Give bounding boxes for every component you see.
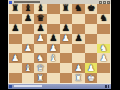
square-d8[interactable] xyxy=(47,4,60,14)
square-h4[interactable]: ♞ xyxy=(97,44,110,54)
square-b1[interactable] xyxy=(22,73,35,83)
square-b3[interactable] xyxy=(22,53,35,63)
square-f7[interactable] xyxy=(72,14,85,24)
piece-black-king-g8[interactable]: ♚ xyxy=(85,4,98,14)
square-a5[interactable] xyxy=(9,34,22,44)
piece-white-pawn-h3[interactable]: ♟ xyxy=(97,53,110,63)
square-c3[interactable]: ♞ xyxy=(34,53,47,63)
square-a8[interactable]: ♜ xyxy=(9,4,22,14)
square-f8[interactable]: ♞ xyxy=(72,4,85,14)
piece-white-pawn-a3[interactable]: ♟ xyxy=(9,53,22,63)
square-d7[interactable] xyxy=(47,14,60,24)
piece-white-king-g1[interactable]: ♚ xyxy=(85,73,98,83)
chess-app-window: ♜♝♝♜♞♚♟♛♞♟♟♟♟♟♟♟♟♟♞♟♞♝♟♝♛♟♟♜♜♚ xyxy=(8,0,111,84)
square-e8[interactable]: ♜ xyxy=(60,4,73,14)
piece-white-knight-c3[interactable]: ♞ xyxy=(34,53,47,63)
piece-black-rook-a8[interactable]: ♜ xyxy=(9,4,22,14)
piece-white-rook-f1[interactable]: ♜ xyxy=(72,73,85,83)
square-b7[interactable]: ♟ xyxy=(22,14,35,24)
square-a1[interactable] xyxy=(9,73,22,83)
square-c2[interactable]: ♛ xyxy=(34,63,47,73)
square-a6[interactable]: ♟ xyxy=(9,24,22,34)
square-c1[interactable]: ♜ xyxy=(34,73,47,83)
square-f2[interactable]: ♟ xyxy=(72,63,85,73)
square-a2[interactable] xyxy=(9,63,22,73)
piece-white-knight-h4[interactable]: ♞ xyxy=(97,44,110,54)
piece-white-pawn-e5[interactable]: ♟ xyxy=(60,34,73,44)
square-c5[interactable]: ♟ xyxy=(34,34,47,44)
square-f5[interactable]: ♟ xyxy=(72,34,85,44)
piece-white-bishop-d3[interactable]: ♝ xyxy=(47,53,60,63)
square-g3[interactable] xyxy=(85,53,98,63)
square-h6[interactable] xyxy=(97,24,110,34)
square-e5[interactable]: ♟ xyxy=(60,34,73,44)
square-d1[interactable] xyxy=(47,73,60,83)
piece-black-knight-f8[interactable]: ♞ xyxy=(72,4,85,14)
chess-board: ♜♝♝♜♞♚♟♛♞♟♟♟♟♟♟♟♟♟♞♟♞♝♟♝♛♟♟♜♜♚ xyxy=(9,4,110,83)
square-g2[interactable]: ♟ xyxy=(85,63,98,73)
square-g6[interactable] xyxy=(85,24,98,34)
taskbar-close-icon[interactable] xyxy=(105,85,109,88)
piece-white-pawn-f2[interactable]: ♟ xyxy=(72,63,85,73)
square-d2[interactable] xyxy=(47,63,60,73)
square-h1[interactable] xyxy=(97,73,110,83)
piece-white-rook-c1[interactable]: ♜ xyxy=(34,73,47,83)
piece-white-bishop-b2[interactable]: ♝ xyxy=(22,63,35,73)
piece-white-pawn-c5[interactable]: ♟ xyxy=(34,34,47,44)
square-b4[interactable]: ♟ xyxy=(22,44,35,54)
taskbar-app-icon xyxy=(9,85,12,88)
square-c4[interactable] xyxy=(34,44,47,54)
taskbar[interactable] xyxy=(8,84,111,89)
piece-black-knight-h7[interactable]: ♞ xyxy=(97,14,110,24)
piece-black-pawn-f5[interactable]: ♟ xyxy=(72,34,85,44)
square-a4[interactable] xyxy=(9,44,22,54)
square-f1[interactable]: ♜ xyxy=(72,73,85,83)
square-f4[interactable] xyxy=(72,44,85,54)
square-g4[interactable] xyxy=(85,44,98,54)
square-e1[interactable] xyxy=(60,73,73,83)
square-e3[interactable] xyxy=(60,53,73,63)
piece-black-rook-e8[interactable]: ♜ xyxy=(60,4,73,14)
square-a3[interactable]: ♟ xyxy=(9,53,22,63)
piece-white-pawn-b4[interactable]: ♟ xyxy=(22,44,35,54)
square-g7[interactable] xyxy=(85,14,98,24)
piece-black-pawn-b7[interactable]: ♟ xyxy=(22,14,35,24)
piece-white-pawn-g2[interactable]: ♟ xyxy=(85,63,98,73)
piece-white-pawn-d4[interactable]: ♟ xyxy=(47,44,60,54)
square-h2[interactable] xyxy=(97,63,110,73)
taskbar-text xyxy=(14,85,42,87)
piece-black-pawn-a6[interactable]: ♟ xyxy=(9,24,22,34)
square-g5[interactable] xyxy=(85,34,98,44)
square-d3[interactable]: ♝ xyxy=(47,53,60,63)
square-g1[interactable]: ♚ xyxy=(85,73,98,83)
square-d4[interactable]: ♟ xyxy=(47,44,60,54)
square-b6[interactable] xyxy=(22,24,35,34)
square-g8[interactable]: ♚ xyxy=(85,4,98,14)
square-h3[interactable]: ♟ xyxy=(97,53,110,63)
screen: ♜♝♝♜♞♚♟♛♞♟♟♟♟♟♟♟♟♟♞♟♞♝♟♝♛♟♟♜♜♚ xyxy=(0,0,120,90)
square-b2[interactable]: ♝ xyxy=(22,63,35,73)
square-e2[interactable] xyxy=(60,63,73,73)
square-f3[interactable] xyxy=(72,53,85,63)
square-h7[interactable]: ♞ xyxy=(97,14,110,24)
piece-white-queen-c2[interactable]: ♛ xyxy=(34,63,47,73)
square-e4[interactable] xyxy=(60,44,73,54)
